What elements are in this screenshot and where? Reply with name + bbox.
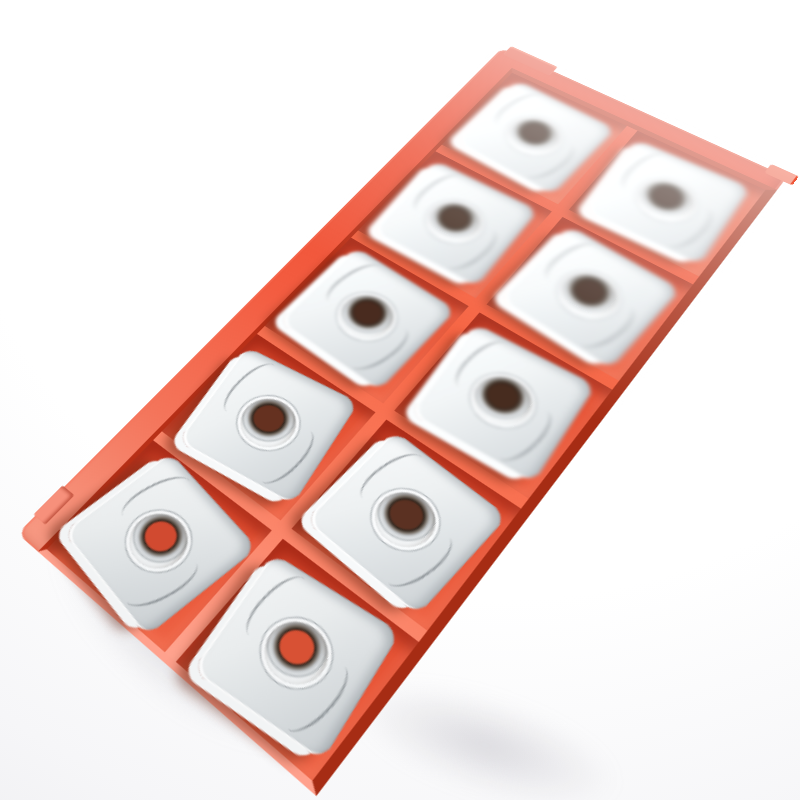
photo-stage (0, 0, 800, 800)
tray-clip-tab-right (764, 164, 799, 186)
